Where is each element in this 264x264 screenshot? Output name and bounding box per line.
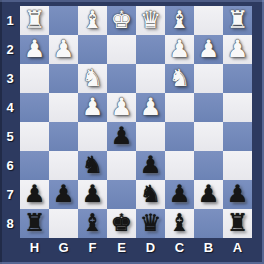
square-f1[interactable]: ♝	[78, 6, 107, 35]
file-labels: H G F E D C B A	[20, 238, 252, 258]
white-pawn-d4: ♟	[136, 93, 165, 122]
rank-label-3: 3	[0, 64, 20, 93]
file-label-a: A	[223, 238, 252, 258]
black-rook-a8: ♜	[223, 209, 252, 238]
rank-label-8: 8	[0, 209, 20, 238]
file-label-g: G	[49, 238, 78, 258]
square-g5[interactable]	[49, 122, 78, 151]
white-knight-f3: ♞	[78, 64, 107, 93]
rank-labels: 1 2 3 4 5 6 7 8	[0, 6, 20, 238]
square-h5[interactable]	[20, 122, 49, 151]
file-label-h: H	[20, 238, 49, 258]
square-g1[interactable]	[49, 6, 78, 35]
square-b8[interactable]	[194, 209, 223, 238]
white-pawn-h2: ♟	[20, 35, 49, 64]
square-h7[interactable]: ♟	[20, 180, 49, 209]
white-rook-h1: ♜	[20, 6, 49, 35]
square-a3[interactable]	[223, 64, 252, 93]
square-f4[interactable]: ♟	[78, 93, 107, 122]
square-g3[interactable]	[49, 64, 78, 93]
black-bishop-c8: ♝	[165, 209, 194, 238]
black-knight-f6: ♞	[78, 151, 107, 180]
black-pawn-b7: ♟	[194, 180, 223, 209]
square-a7[interactable]: ♟	[223, 180, 252, 209]
square-e3[interactable]	[107, 64, 136, 93]
square-b2[interactable]: ♟	[194, 35, 223, 64]
rank-label-2: 2	[0, 35, 20, 64]
black-pawn-h7: ♟	[20, 180, 49, 209]
square-b3[interactable]	[194, 64, 223, 93]
square-h4[interactable]	[20, 93, 49, 122]
square-b4[interactable]	[194, 93, 223, 122]
black-pawn-g7: ♟	[49, 180, 78, 209]
rank-label-1: 1	[0, 6, 20, 35]
square-b7[interactable]: ♟	[194, 180, 223, 209]
white-pawn-c2: ♟	[165, 35, 194, 64]
square-h2[interactable]: ♟	[20, 35, 49, 64]
white-rook-a1: ♜	[223, 6, 252, 35]
square-h8[interactable]: ♜	[20, 209, 49, 238]
white-king-e1: ♚	[107, 6, 136, 35]
white-bishop-f1: ♝	[78, 6, 107, 35]
file-label-d: D	[136, 238, 165, 258]
square-h6[interactable]	[20, 151, 49, 180]
square-d4[interactable]: ♟	[136, 93, 165, 122]
square-g4[interactable]	[49, 93, 78, 122]
rank-label-4: 4	[0, 93, 20, 122]
square-f3[interactable]: ♞	[78, 64, 107, 93]
square-e7[interactable]	[107, 180, 136, 209]
square-f5[interactable]	[78, 122, 107, 151]
square-f8[interactable]: ♝	[78, 209, 107, 238]
square-d6[interactable]: ♟	[136, 151, 165, 180]
square-h1[interactable]: ♜	[20, 6, 49, 35]
square-g2[interactable]: ♟	[49, 35, 78, 64]
square-g7[interactable]: ♟	[49, 180, 78, 209]
square-d2[interactable]	[136, 35, 165, 64]
white-pawn-b2: ♟	[194, 35, 223, 64]
black-knight-d7: ♞	[136, 180, 165, 209]
white-pawn-a2: ♟	[223, 35, 252, 64]
black-pawn-c7: ♟	[165, 180, 194, 209]
black-pawn-d6: ♟	[136, 151, 165, 180]
square-c4[interactable]	[165, 93, 194, 122]
square-g6[interactable]	[49, 151, 78, 180]
rank-label-5: 5	[0, 122, 20, 151]
square-e8[interactable]: ♚	[107, 209, 136, 238]
square-d1[interactable]: ♛	[136, 6, 165, 35]
rank-label-6: 6	[0, 151, 20, 180]
white-queen-d1: ♛	[136, 6, 165, 35]
black-pawn-f7: ♟	[78, 180, 107, 209]
square-e4[interactable]: ♟	[107, 93, 136, 122]
square-h3[interactable]	[20, 64, 49, 93]
white-pawn-f4: ♟	[78, 93, 107, 122]
square-f6[interactable]: ♞	[78, 151, 107, 180]
file-label-e: E	[107, 238, 136, 258]
square-d3[interactable]	[136, 64, 165, 93]
white-knight-c3: ♞	[165, 64, 194, 93]
white-pawn-e4: ♟	[107, 93, 136, 122]
square-c6[interactable]	[165, 151, 194, 180]
square-a8[interactable]: ♜	[223, 209, 252, 238]
square-b1[interactable]	[194, 6, 223, 35]
square-e5[interactable]: ♟	[107, 122, 136, 151]
square-c8[interactable]: ♝	[165, 209, 194, 238]
square-b5[interactable]	[194, 122, 223, 151]
square-d5[interactable]	[136, 122, 165, 151]
file-label-b: B	[194, 238, 223, 258]
square-e6[interactable]	[107, 151, 136, 180]
square-f2[interactable]	[78, 35, 107, 64]
rank-label-7: 7	[0, 180, 20, 209]
square-e2[interactable]	[107, 35, 136, 64]
square-d7[interactable]: ♞	[136, 180, 165, 209]
square-f7[interactable]: ♟	[78, 180, 107, 209]
square-g8[interactable]	[49, 209, 78, 238]
square-a5[interactable]	[223, 122, 252, 151]
chess-board: ♜♝♚♛♝♜♟♟♟♟♟♞♞♟♟♟♟♞♟♟♟♟♞♟♟♟♜♝♚♛♝♜	[20, 6, 252, 238]
file-label-f: F	[78, 238, 107, 258]
white-pawn-g2: ♟	[49, 35, 78, 64]
square-c3[interactable]: ♞	[165, 64, 194, 93]
chess-diagram: 1 2 3 4 5 6 7 8 ♜♝♚♛♝♜♟♟♟♟♟♞♞♟♟♟♟♞♟♟♟♟♞♟…	[0, 0, 264, 264]
square-c5[interactable]	[165, 122, 194, 151]
square-c1[interactable]: ♝	[165, 6, 194, 35]
square-a2[interactable]: ♟	[223, 35, 252, 64]
square-a1[interactable]: ♜	[223, 6, 252, 35]
square-b6[interactable]	[194, 151, 223, 180]
square-c7[interactable]: ♟	[165, 180, 194, 209]
black-bishop-f8: ♝	[78, 209, 107, 238]
square-a6[interactable]	[223, 151, 252, 180]
square-a4[interactable]	[223, 93, 252, 122]
black-pawn-e5: ♟	[107, 122, 136, 151]
square-e1[interactable]: ♚	[107, 6, 136, 35]
square-d8[interactable]: ♛	[136, 209, 165, 238]
white-bishop-c1: ♝	[165, 6, 194, 35]
file-label-c: C	[165, 238, 194, 258]
black-pawn-a7: ♟	[223, 180, 252, 209]
square-c2[interactable]: ♟	[165, 35, 194, 64]
black-king-e8: ♚	[107, 209, 136, 238]
black-queen-d8: ♛	[136, 209, 165, 238]
black-rook-h8: ♜	[20, 209, 49, 238]
